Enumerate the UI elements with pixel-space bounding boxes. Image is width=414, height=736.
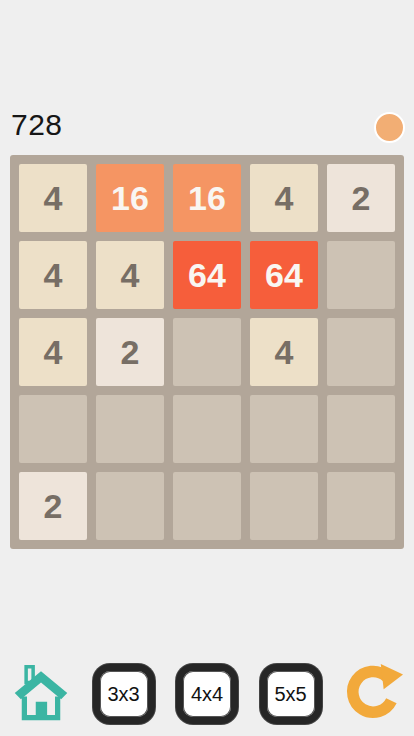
tile-4-r2c2: 4	[96, 241, 164, 309]
empty-cell-r4c2	[96, 395, 164, 463]
empty-cell-r3c3	[173, 318, 241, 386]
tile-4-r1c4: 4	[250, 164, 318, 232]
tile-2-r5c1: 2	[19, 472, 87, 540]
restart-button[interactable]	[343, 662, 403, 726]
tile-64-r2c4: 64	[250, 241, 318, 309]
game-screen: 728 41616424464644242 3x3 4x4 5x5	[0, 0, 414, 736]
board-size-4x4-label: 4x4	[191, 683, 223, 706]
empty-cell-r4c1	[19, 395, 87, 463]
board[interactable]: 41616424464644242	[10, 155, 404, 549]
board-size-3x3-button[interactable]: 3x3	[93, 664, 155, 724]
new-tile-indicator	[374, 112, 405, 143]
restart-icon	[342, 662, 404, 727]
home-icon	[13, 663, 69, 726]
board-size-5x5-button[interactable]: 5x5	[260, 664, 322, 724]
tile-4-r3c1: 4	[19, 318, 87, 386]
board-size-4x4-button[interactable]: 4x4	[176, 664, 238, 724]
empty-cell-r4c3	[173, 395, 241, 463]
empty-cell-r2c5	[327, 241, 395, 309]
empty-cell-r5c3	[173, 472, 241, 540]
tile-4-r1c1: 4	[19, 164, 87, 232]
tile-4-r2c1: 4	[19, 241, 87, 309]
empty-cell-r5c2	[96, 472, 164, 540]
score: 728	[11, 108, 63, 142]
empty-cell-r4c5	[327, 395, 395, 463]
empty-cell-r5c4	[250, 472, 318, 540]
home-button[interactable]	[11, 662, 71, 726]
tile-4-r3c4: 4	[250, 318, 318, 386]
empty-cell-r3c5	[327, 318, 395, 386]
empty-cell-r4c4	[250, 395, 318, 463]
board-size-5x5-label: 5x5	[274, 683, 306, 706]
tile-16-r1c3: 16	[173, 164, 241, 232]
tile-16-r1c2: 16	[96, 164, 164, 232]
board-size-3x3-label: 3x3	[107, 683, 139, 706]
tile-64-r2c3: 64	[173, 241, 241, 309]
footer-toolbar: 3x3 4x4 5x5	[0, 660, 414, 728]
tile-2-r1c5: 2	[327, 164, 395, 232]
tile-2-r3c2: 2	[96, 318, 164, 386]
empty-cell-r5c5	[327, 472, 395, 540]
